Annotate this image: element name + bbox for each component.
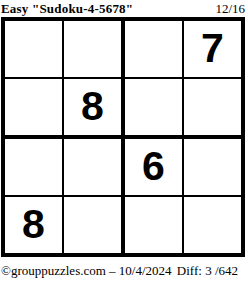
sudoku-page: Easy "Sudoku-4-5678" 12/16 7 8 6 8 ©grou…	[0, 0, 248, 282]
copyright-credit: ©grouppuzzles.com – 10/4/2024	[1, 263, 172, 278]
cell-r1c4[interactable]: 7	[184, 21, 241, 79]
cell-r2c2[interactable]: 8	[64, 79, 125, 139]
cell-r1c1[interactable]	[5, 21, 64, 79]
cell-r2c4[interactable]	[184, 79, 241, 139]
cell-r4c3[interactable]	[125, 197, 184, 253]
puzzle-progress: 12/16	[215, 2, 245, 16]
puzzle-title: Easy "Sudoku-4-5678"	[1, 2, 133, 16]
cell-r3c3[interactable]: 6	[125, 139, 184, 197]
header: Easy "Sudoku-4-5678" 12/16	[0, 0, 248, 16]
cell-r3c2[interactable]	[64, 139, 125, 197]
footer: ©grouppuzzles.com – 10/4/2024 Diff: 3 /6…	[0, 263, 248, 278]
sudoku-board: 7 8 6 8	[1, 17, 245, 257]
cell-r3c1[interactable]	[5, 139, 64, 197]
cell-r2c3[interactable]	[125, 79, 184, 139]
cell-r1c2[interactable]	[64, 21, 125, 79]
cell-r4c2[interactable]	[64, 197, 125, 253]
cell-r1c3[interactable]	[125, 21, 184, 79]
cell-r3c4[interactable]	[184, 139, 241, 197]
difficulty-rating: Diff: 3 /642	[177, 263, 238, 278]
cell-r2c1[interactable]	[5, 79, 64, 139]
cell-r4c1[interactable]: 8	[5, 197, 64, 253]
cell-r4c4[interactable]	[184, 197, 241, 253]
